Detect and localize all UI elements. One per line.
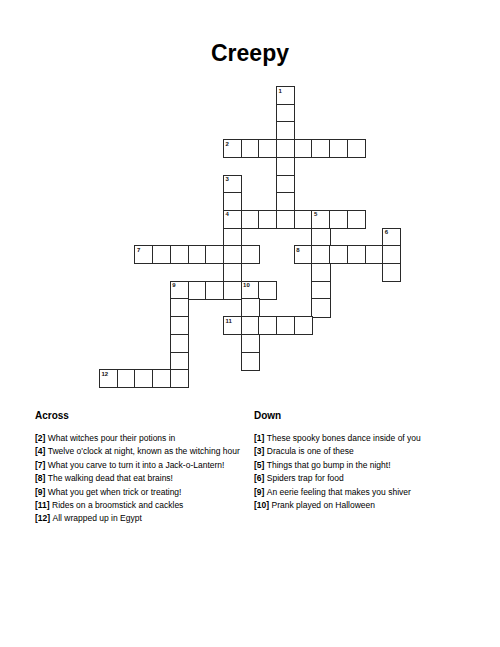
grid-cell-r5c10[interactable] xyxy=(276,175,295,194)
clue-number: [8] xyxy=(35,473,48,483)
grid-cell-r13c10[interactable] xyxy=(276,316,295,335)
grid-cell-r9c16[interactable] xyxy=(382,245,401,264)
grid-cell-r9c12[interactable] xyxy=(311,245,330,264)
grid-cell-r6c10[interactable] xyxy=(276,192,295,211)
grid-cell-r7c7[interactable]: 4 xyxy=(223,210,242,229)
grid-cell-r15c8[interactable] xyxy=(241,352,260,371)
grid-cell-r16c1[interactable] xyxy=(117,369,136,388)
clue-number: [12] xyxy=(35,513,52,523)
grid-cell-r4c10[interactable] xyxy=(276,157,295,176)
clue-number: [4] xyxy=(35,446,48,456)
clue-item-12: [12] All wrapped up in Egypt xyxy=(35,512,253,525)
grid-cell-r9c7[interactable] xyxy=(223,245,242,264)
grid-cell-r11c9[interactable] xyxy=(258,281,277,300)
grid-cell-r3c12[interactable] xyxy=(311,139,330,158)
grid-cell-r9c6[interactable] xyxy=(205,245,224,264)
clue-item-5: [5] Things that go bump in the night! xyxy=(254,459,472,472)
clue-item-10: [10] Prank played on Halloween xyxy=(254,499,472,512)
cell-number: 6 xyxy=(385,229,388,236)
grid-cell-r12c12[interactable] xyxy=(311,298,330,317)
grid-cell-r9c2[interactable]: 7 xyxy=(134,245,153,264)
clue-text: All wrapped up in Egypt xyxy=(52,513,141,523)
clue-item-3: [3] Dracula is one of these xyxy=(254,445,472,458)
crossword-page: { "game": "crossword", "title": "Creepy"… xyxy=(0,0,500,647)
grid-cell-r13c4[interactable] xyxy=(170,316,189,335)
down-clues-section: Down [1] These spooky bones dance inside… xyxy=(254,410,472,512)
clue-item-7: [7] What you carve to turn it into a Jac… xyxy=(35,459,253,472)
clue-number: [6] xyxy=(254,473,267,483)
grid-cell-r16c0[interactable]: 12 xyxy=(99,369,118,388)
grid-cell-r5c7[interactable]: 3 xyxy=(223,175,242,194)
cell-number: 5 xyxy=(314,211,317,218)
grid-cell-r15c4[interactable] xyxy=(170,352,189,371)
grid-cell-r3c14[interactable] xyxy=(347,139,366,158)
clue-item-11: [11] Rides on a broomstick and cackles xyxy=(35,499,253,512)
grid-cell-r7c9[interactable] xyxy=(258,210,277,229)
down-header: Down xyxy=(254,410,472,421)
grid-cell-r7c13[interactable] xyxy=(329,210,348,229)
clue-text: Dracula is one of these xyxy=(267,446,354,456)
clue-number: [9] xyxy=(254,487,267,497)
grid-cell-r16c3[interactable] xyxy=(152,369,171,388)
grid-cell-r11c7[interactable] xyxy=(223,281,242,300)
clue-item-8: [8] The walking dead that eat brains! xyxy=(35,472,253,485)
clue-text: What you get when trick or treating! xyxy=(48,487,182,497)
grid-cell-r10c12[interactable] xyxy=(311,263,330,282)
cell-number: 1 xyxy=(279,88,282,95)
clue-text: These spooky bones dance inside of you xyxy=(267,433,421,443)
cell-number: 10 xyxy=(243,282,250,289)
grid-cell-r10c16[interactable] xyxy=(382,263,401,282)
grid-cell-r3c9[interactable] xyxy=(258,139,277,158)
grid-cell-r3c11[interactable] xyxy=(294,139,313,158)
grid-cell-r1c10[interactable] xyxy=(276,104,295,123)
clue-text: What you carve to turn it into a Jack-o-… xyxy=(48,460,225,470)
clue-text: Twelve o'clock at night, known as the wi… xyxy=(48,446,240,456)
grid-cell-r3c7[interactable]: 2 xyxy=(223,139,242,158)
grid-cell-r8c7[interactable] xyxy=(223,228,242,247)
across-clues-section: Across [2] What witches pour their potio… xyxy=(35,410,253,526)
grid-cell-r14c8[interactable] xyxy=(241,334,260,353)
grid-cell-r9c13[interactable] xyxy=(329,245,348,264)
grid-cell-r8c16[interactable]: 6 xyxy=(382,228,401,247)
grid-cell-r9c5[interactable] xyxy=(188,245,207,264)
clue-number: [7] xyxy=(35,460,48,470)
grid-cell-r10c7[interactable] xyxy=(223,263,242,282)
cell-number: 9 xyxy=(172,282,175,289)
grid-cell-r3c8[interactable] xyxy=(241,139,260,158)
grid-cell-r7c14[interactable] xyxy=(347,210,366,229)
clue-item-2: [2] What witches pour their potions in xyxy=(35,432,253,445)
grid-cell-r13c9[interactable] xyxy=(258,316,277,335)
grid-cell-r7c10[interactable] xyxy=(276,210,295,229)
clue-text: Spiders trap for food xyxy=(267,473,344,483)
clue-text: Rides on a broomstick and cackles xyxy=(52,500,183,510)
down-clue-list: [1] These spooky bones dance inside of y… xyxy=(254,432,472,512)
grid-cell-r9c8[interactable] xyxy=(241,245,260,264)
clue-item-9: [9] What you get when trick or treating! xyxy=(35,486,253,499)
cell-number: 8 xyxy=(296,247,299,254)
grid-cell-r11c6[interactable] xyxy=(205,281,224,300)
grid-cell-r13c8[interactable] xyxy=(241,316,260,335)
clue-item-6: [6] Spiders trap for food xyxy=(254,472,472,485)
clue-number: [1] xyxy=(254,433,267,443)
grid-cell-r11c12[interactable] xyxy=(311,281,330,300)
grid-cell-r2c10[interactable] xyxy=(276,121,295,140)
grid-cell-r14c4[interactable] xyxy=(170,334,189,353)
clue-text: Prank played on Halloween xyxy=(271,500,374,510)
grid-cell-r13c11[interactable] xyxy=(294,316,313,335)
clue-text: An eerie feeling that makes you shiver xyxy=(267,487,411,497)
grid-cell-r11c5[interactable] xyxy=(188,281,207,300)
grid-cell-r7c11[interactable] xyxy=(294,210,313,229)
clue-number: [10] xyxy=(254,500,271,510)
clue-text: Things that go bump in the night! xyxy=(267,460,391,470)
grid-cell-r0c10[interactable]: 1 xyxy=(276,86,295,105)
clue-number: [9] xyxy=(35,487,48,497)
grid-cell-r7c8[interactable] xyxy=(241,210,260,229)
grid-cell-r6c7[interactable] xyxy=(223,192,242,211)
grid-cell-r11c4[interactable]: 9 xyxy=(170,281,189,300)
grid-cell-r9c14[interactable] xyxy=(347,245,366,264)
grid-cell-r9c3[interactable] xyxy=(152,245,171,264)
puzzle-title: Creepy xyxy=(0,40,500,67)
grid-cell-r12c8[interactable] xyxy=(241,298,260,317)
grid-cell-r9c11[interactable]: 8 xyxy=(294,245,313,264)
grid-cell-r16c4[interactable] xyxy=(170,369,189,388)
cell-number: 4 xyxy=(225,211,228,218)
cell-number: 2 xyxy=(225,141,228,148)
cell-number: 3 xyxy=(225,176,228,183)
grid-cell-r3c10[interactable] xyxy=(276,139,295,158)
across-clue-list: [2] What witches pour their potions in[4… xyxy=(35,432,253,526)
grid-cell-r13c7[interactable]: 11 xyxy=(223,316,242,335)
grid-cell-r12c4[interactable] xyxy=(170,298,189,317)
grid-cell-r16c2[interactable] xyxy=(134,369,153,388)
clue-number: [11] xyxy=(35,500,52,510)
clue-item-1: [1] These spooky bones dance inside of y… xyxy=(254,432,472,445)
clue-text: What witches pour their potions in xyxy=(48,433,176,443)
clue-number: [2] xyxy=(35,433,48,443)
clue-item-4: [4] Twelve o'clock at night, known as th… xyxy=(35,445,253,458)
crossword-grid: 123456789101112 xyxy=(99,86,402,389)
cell-number: 7 xyxy=(137,247,140,254)
clue-number: [5] xyxy=(254,460,267,470)
grid-cell-r3c13[interactable] xyxy=(329,139,348,158)
clue-item-9: [9] An eerie feeling that makes you shiv… xyxy=(254,486,472,499)
grid-cell-r9c4[interactable] xyxy=(170,245,189,264)
grid-cell-r11c8[interactable]: 10 xyxy=(241,281,260,300)
grid-cell-r9c15[interactable] xyxy=(365,245,384,264)
clue-number: [3] xyxy=(254,446,267,456)
cell-number: 12 xyxy=(102,371,109,378)
across-header: Across xyxy=(35,410,253,421)
clue-text: The walking dead that eat brains! xyxy=(48,473,173,483)
grid-cell-r7c12[interactable]: 5 xyxy=(311,210,330,229)
cell-number: 11 xyxy=(225,318,231,325)
grid-cell-r8c12[interactable] xyxy=(311,228,330,247)
